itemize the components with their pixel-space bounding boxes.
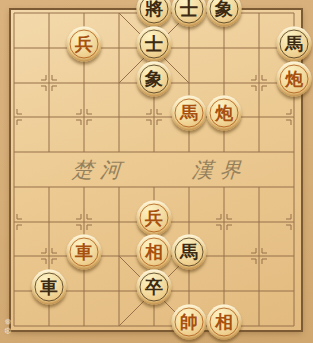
piece-glyph: 馬 [172,235,207,270]
piece-black-pawn[interactable]: 卒 [137,270,172,305]
river-label-chu: 楚河 [71,157,129,183]
piece-red-chariot[interactable]: 車 [67,235,102,270]
piece-glyph: 士 [172,0,207,27]
piece-red-cannon[interactable]: 炮 [277,61,312,96]
piece-red-pawn[interactable]: 兵 [67,26,102,61]
piece-black-general[interactable]: 將 [137,0,172,27]
piece-glyph: 士 [137,26,172,61]
piece-glyph: 象 [207,0,242,27]
river-label-han: 漢界 [191,157,249,183]
piece-red-horse[interactable]: 馬 [172,96,207,131]
piece-glyph: 相 [207,305,242,340]
piece-glyph: 帥 [172,305,207,340]
piece-glyph: 兵 [67,26,102,61]
piece-glyph: 卒 [137,270,172,305]
piece-black-horse[interactable]: 馬 [172,235,207,270]
piece-glyph: 象 [137,61,172,96]
piece-glyph: 炮 [207,96,242,131]
piece-glyph: 炮 [277,61,312,96]
piece-glyph: 車 [67,235,102,270]
piece-black-advisor[interactable]: 士 [172,0,207,27]
piece-black-horse[interactable]: 馬 [277,26,312,61]
piece-red-elephant[interactable]: 相 [207,305,242,340]
piece-glyph: 相 [137,235,172,270]
piece-glyph: 馬 [172,96,207,131]
piece-red-elephant[interactable]: 相 [137,235,172,270]
xiangqi-board[interactable]: 楚河 漢界 將士象兵士馬象炮馬炮兵車相馬車卒帥相 ❅ ❆ [0,0,313,343]
piece-black-elephant[interactable]: 象 [207,0,242,27]
piece-black-chariot[interactable]: 車 [32,270,67,305]
piece-red-general[interactable]: 帥 [172,305,207,340]
piece-glyph: 馬 [277,26,312,61]
piece-glyph: 將 [137,0,172,27]
piece-red-cannon[interactable]: 炮 [207,96,242,131]
piece-glyph: 兵 [137,200,172,235]
piece-red-pawn[interactable]: 兵 [137,200,172,235]
piece-black-elephant[interactable]: 象 [137,61,172,96]
piece-glyph: 車 [32,270,67,305]
piece-black-advisor[interactable]: 士 [137,26,172,61]
